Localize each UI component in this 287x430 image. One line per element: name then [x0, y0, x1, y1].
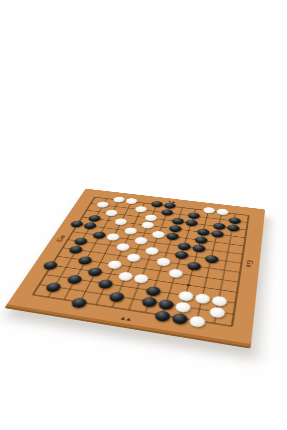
maker-logo-near-rail: ▲▲	[119, 315, 132, 322]
product-photo-scene: ▲▲ ▲▲ Go Go	[0, 0, 287, 430]
go-label-right-rail: Go	[244, 260, 254, 269]
go-board: ▲▲ ▲▲ Go Go	[7, 189, 265, 345]
board-grid	[31, 197, 249, 328]
